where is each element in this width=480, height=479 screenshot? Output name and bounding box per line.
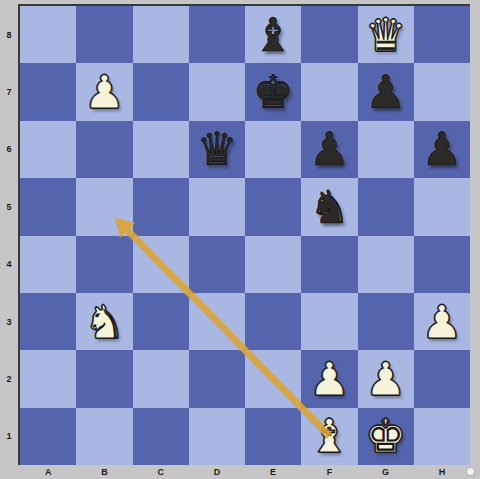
piece-black-pawn[interactable]: ♟ (421, 126, 462, 172)
square-d4[interactable] (189, 236, 245, 293)
square-h8[interactable] (414, 6, 470, 63)
file-label-D: D (189, 465, 245, 479)
square-d7[interactable] (189, 63, 245, 120)
square-h4[interactable] (414, 236, 470, 293)
square-d3[interactable] (189, 293, 245, 350)
piece-black-knight[interactable]: ♞ (309, 184, 350, 230)
square-b3[interactable]: ♞ (76, 293, 132, 350)
square-b1[interactable] (76, 408, 132, 465)
square-c1[interactable] (133, 408, 189, 465)
square-g1[interactable]: ♚ (358, 408, 414, 465)
piece-black-king[interactable]: ♚ (253, 69, 294, 115)
square-g7[interactable]: ♟ (358, 63, 414, 120)
square-f6[interactable]: ♟ (301, 121, 357, 178)
square-c3[interactable] (133, 293, 189, 350)
file-label-B: B (76, 465, 132, 479)
square-a4[interactable] (20, 236, 76, 293)
square-e2[interactable] (245, 350, 301, 407)
rank-label-6: 6 (0, 121, 18, 178)
square-d1[interactable] (189, 408, 245, 465)
square-b2[interactable] (76, 350, 132, 407)
square-b8[interactable] (76, 6, 132, 63)
piece-white-pawn[interactable]: ♟ (421, 299, 462, 345)
square-g3[interactable] (358, 293, 414, 350)
square-g6[interactable] (358, 121, 414, 178)
board-frame: ♝♛♟♚♟♛♟♟♞♞♟♟♟♝♚ (18, 4, 470, 465)
square-f5[interactable]: ♞ (301, 178, 357, 235)
piece-white-pawn[interactable]: ♟ (309, 356, 350, 402)
square-e4[interactable] (245, 236, 301, 293)
square-e3[interactable] (245, 293, 301, 350)
square-e1[interactable] (245, 408, 301, 465)
rank-label-5: 5 (0, 178, 18, 235)
square-d6[interactable]: ♛ (189, 121, 245, 178)
rank-label-2: 2 (0, 350, 18, 407)
piece-black-queen[interactable]: ♛ (196, 126, 237, 172)
square-a3[interactable] (20, 293, 76, 350)
square-c5[interactable] (133, 178, 189, 235)
rank-label-1: 1 (0, 408, 18, 465)
piece-white-king[interactable]: ♚ (365, 413, 406, 459)
piece-white-queen[interactable]: ♛ (365, 12, 406, 58)
square-d2[interactable] (189, 350, 245, 407)
square-a2[interactable] (20, 350, 76, 407)
file-label-G: G (358, 465, 414, 479)
square-h3[interactable]: ♟ (414, 293, 470, 350)
square-a8[interactable] (20, 6, 76, 63)
square-a7[interactable] (20, 63, 76, 120)
piece-white-knight[interactable]: ♞ (84, 299, 125, 345)
square-h6[interactable]: ♟ (414, 121, 470, 178)
square-g8[interactable]: ♛ (358, 6, 414, 63)
piece-white-pawn[interactable]: ♟ (365, 356, 406, 402)
file-label-C: C (133, 465, 189, 479)
square-h5[interactable] (414, 178, 470, 235)
piece-black-pawn[interactable]: ♟ (365, 69, 406, 115)
square-d8[interactable] (189, 6, 245, 63)
square-b7[interactable]: ♟ (76, 63, 132, 120)
chess-app-window: 87654321 ♝♛♟♚♟♛♟♟♞♞♟♟♟♝♚ ABCDEFGH (0, 0, 480, 479)
file-label-E: E (245, 465, 301, 479)
square-c4[interactable] (133, 236, 189, 293)
square-h2[interactable] (414, 350, 470, 407)
square-f8[interactable] (301, 6, 357, 63)
square-e8[interactable]: ♝ (245, 6, 301, 63)
rank-label-4: 4 (0, 236, 18, 293)
square-g2[interactable]: ♟ (358, 350, 414, 407)
square-e7[interactable]: ♚ (245, 63, 301, 120)
file-label-F: F (301, 465, 357, 479)
square-b5[interactable] (76, 178, 132, 235)
square-f7[interactable] (301, 63, 357, 120)
square-f3[interactable] (301, 293, 357, 350)
square-a5[interactable] (20, 178, 76, 235)
piece-black-pawn[interactable]: ♟ (309, 126, 350, 172)
square-a6[interactable] (20, 121, 76, 178)
resize-grip-dot[interactable] (467, 468, 474, 475)
chess-board: ♝♛♟♚♟♛♟♟♞♞♟♟♟♝♚ (20, 6, 470, 465)
square-g4[interactable] (358, 236, 414, 293)
square-g5[interactable] (358, 178, 414, 235)
piece-black-bishop[interactable]: ♝ (253, 12, 294, 58)
square-h1[interactable] (414, 408, 470, 465)
piece-white-pawn[interactable]: ♟ (84, 69, 125, 115)
square-e6[interactable] (245, 121, 301, 178)
square-c7[interactable] (133, 63, 189, 120)
square-a1[interactable] (20, 408, 76, 465)
square-f4[interactable] (301, 236, 357, 293)
rank-labels: 87654321 (0, 6, 18, 465)
square-c8[interactable] (133, 6, 189, 63)
square-c6[interactable] (133, 121, 189, 178)
square-h7[interactable] (414, 63, 470, 120)
square-f1[interactable]: ♝ (301, 408, 357, 465)
file-label-A: A (20, 465, 76, 479)
file-labels: ABCDEFGH (20, 465, 470, 479)
rank-label-8: 8 (0, 6, 18, 63)
square-b4[interactable] (76, 236, 132, 293)
square-b6[interactable] (76, 121, 132, 178)
square-f2[interactable]: ♟ (301, 350, 357, 407)
square-d5[interactable] (189, 178, 245, 235)
rank-label-7: 7 (0, 63, 18, 120)
piece-white-bishop[interactable]: ♝ (309, 413, 350, 459)
rank-label-3: 3 (0, 293, 18, 350)
square-c2[interactable] (133, 350, 189, 407)
file-label-H: H (414, 465, 470, 479)
square-e5[interactable] (245, 178, 301, 235)
